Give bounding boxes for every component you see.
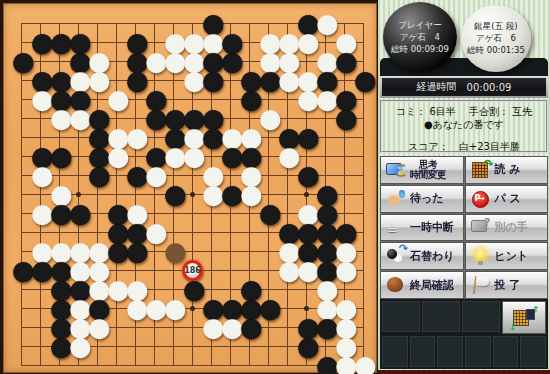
- tray-cell: [493, 336, 519, 367]
- turn-indicator: ●あなたの番です: [382, 118, 546, 131]
- white-stone: ●: [145, 299, 164, 318]
- monitor-question-icon: [471, 218, 491, 236]
- white-total-time: 総時 00:01:35: [467, 45, 525, 56]
- white-stone: ●: [69, 337, 88, 356]
- score-value: 白+23目半勝: [459, 141, 520, 152]
- white-player-panel: 銀星(五 段) アゲ石 6 総時 00:01:35: [461, 5, 531, 72]
- white-player-name: 銀星(五 段): [474, 21, 517, 32]
- another-move-button: 別の手: [465, 214, 549, 242]
- bulb-icon: [471, 247, 491, 265]
- white-stone: ●: [202, 318, 221, 337]
- black-stone: ●: [297, 166, 316, 185]
- pass-button[interactable]: パ ス: [465, 185, 549, 213]
- white-stone: ●: [202, 185, 221, 204]
- white-stone: ●: [354, 356, 373, 374]
- read-moves-button[interactable]: 読 み: [465, 156, 549, 184]
- black-stone: ●: [12, 52, 31, 71]
- black-stone: ●: [50, 337, 69, 356]
- button-label: 思考時間変更: [410, 159, 446, 180]
- button-label: 待った: [410, 191, 444, 207]
- black-total-time: 総時 00:09:09: [391, 44, 449, 55]
- white-stone: ●: [183, 147, 202, 166]
- black-captures: アゲ石 4: [400, 32, 440, 43]
- black-player-name: プレイヤー: [398, 20, 441, 31]
- tray-cell: [422, 301, 460, 332]
- black-stone: ●: [335, 109, 354, 128]
- white-stone: ●: [240, 185, 259, 204]
- bottom-accent-strip: [378, 370, 550, 374]
- cup-icon: [386, 218, 406, 236]
- monitor-hourglass-icon: [386, 161, 406, 179]
- black-stone: ●: [50, 33, 69, 52]
- grid-line: [21, 365, 364, 366]
- board-panel: ●●●●●●●●●●●●●●●●●●●●●●●●●●●●●●●●●●●●●●●●…: [0, 0, 378, 374]
- goban[interactable]: ●●●●●●●●●●●●●●●●●●●●●●●●●●●●●●●●●●●●●●●●…: [3, 3, 377, 373]
- black-stone: ●: [12, 261, 31, 280]
- swap-stones-button[interactable]: 石替わり: [380, 242, 464, 270]
- black-stone: ●: [221, 185, 240, 204]
- button-label: 終局確認: [410, 277, 454, 293]
- elapsed-time-bar: 経過時間 00:00:09: [382, 78, 546, 96]
- button-label: ヒント: [495, 248, 529, 264]
- black-player-panel: プレイヤー アゲ石 4 総時 00:09:09: [383, 2, 457, 72]
- black-stone: ●: [240, 90, 259, 109]
- white-stone: ●: [278, 261, 297, 280]
- white-stone: ●: [31, 166, 50, 185]
- white-stone: ●: [50, 109, 69, 128]
- black-stone: ●: [297, 337, 316, 356]
- white-stone: ●: [278, 147, 297, 166]
- confirm-end-button[interactable]: 終局確認: [380, 271, 464, 299]
- white-stone: ●: [316, 90, 335, 109]
- white-stone: ●: [145, 166, 164, 185]
- mini-board-button[interactable]: ↓↓: [502, 301, 546, 334]
- change-think-time-button[interactable]: 思考時間変更: [380, 156, 464, 184]
- white-stone: ●: [335, 356, 354, 374]
- flag-icon: [471, 276, 491, 294]
- bowl-icon: [386, 276, 406, 294]
- elapsed-value: 00:00:09: [467, 82, 512, 93]
- button-label: パ ス: [495, 191, 521, 207]
- pass-icon: [471, 190, 491, 208]
- black-stone: ●: [316, 356, 335, 374]
- elapsed-label: 経過時間: [417, 80, 457, 94]
- game-info-panel: コミ： 6目半 手合割： 互先 ●あなたの番です スコア： 白+23目半勝: [380, 100, 548, 153]
- tray-cell: [465, 336, 491, 367]
- black-stone: ●: [69, 204, 88, 223]
- white-stone: ●: [278, 71, 297, 90]
- brown-stone: ●: [164, 242, 183, 261]
- tray-cell: [462, 301, 500, 332]
- hoshi-point: [76, 192, 81, 197]
- bottom-tray: ↓↓: [380, 299, 548, 369]
- white-captures: アゲ石 6: [476, 33, 516, 44]
- elapsed-time-panel: 経過時間 00:00:09: [380, 76, 548, 98]
- black-stone: ●: [88, 166, 107, 185]
- white-stone: ●: [31, 204, 50, 223]
- black-stone: ●: [164, 185, 183, 204]
- black-stone: ●: [259, 204, 278, 223]
- white-stone: ●: [164, 52, 183, 71]
- black-stone: ●: [50, 204, 69, 223]
- hoshi-point: [304, 192, 309, 197]
- white-stone: ●: [297, 261, 316, 280]
- tray-cell: [437, 336, 463, 367]
- hoshi-point: [190, 306, 195, 311]
- tray-cell: [382, 301, 420, 332]
- button-label: 読 み: [495, 162, 521, 178]
- tray-cell: [382, 336, 408, 367]
- komi-handicap-line: コミ： 6目半 手合割： 互先: [382, 105, 546, 118]
- score-line: スコア： 白+23目半勝: [382, 140, 546, 153]
- tray-top-row: ↓↓: [382, 301, 546, 334]
- button-label: 一時中断: [410, 220, 454, 236]
- resign-button[interactable]: 投 了: [465, 271, 549, 299]
- black-stone: ●: [202, 71, 221, 90]
- hoshi-point: [190, 192, 195, 197]
- tray-bottom-row: [382, 336, 546, 367]
- white-stone: ●: [126, 299, 145, 318]
- pause-button[interactable]: 一時中断: [380, 214, 464, 242]
- command-buttons: 思考時間変更読 み待ったパ ス一時中断別の手石替わりヒント終局確認投 了: [380, 156, 548, 299]
- hoshi-point: [304, 306, 309, 311]
- black-stone: ●: [240, 318, 259, 337]
- mini-board-icon: ↓↓: [513, 309, 535, 326]
- white-stone: ●: [183, 71, 202, 90]
- undo-button[interactable]: 待った: [380, 185, 464, 213]
- tray-cell: [520, 336, 546, 367]
- button-label: 石替わり: [410, 248, 455, 264]
- black-stone: ●: [126, 242, 145, 261]
- stones-icon: [386, 247, 406, 265]
- button-label: 別の手: [495, 220, 528, 236]
- white-stone: ●: [31, 90, 50, 109]
- white-stone: ●: [221, 318, 240, 337]
- white-stone: ●: [69, 109, 88, 128]
- sidebar: プレイヤー アゲ石 4 総時 00:09:09 銀星(五 段) アゲ石 6 総時…: [378, 0, 550, 374]
- black-stone: ●: [126, 166, 145, 185]
- white-stone: ●: [297, 90, 316, 109]
- white-stone: ●: [164, 299, 183, 318]
- black-stone: ●: [31, 261, 50, 280]
- hint-button[interactable]: ヒント: [465, 242, 549, 270]
- button-label: 投 了: [495, 277, 521, 293]
- hand-icon: [386, 190, 406, 208]
- tray-cell: [410, 336, 436, 367]
- board-arrow-icon: [471, 161, 491, 179]
